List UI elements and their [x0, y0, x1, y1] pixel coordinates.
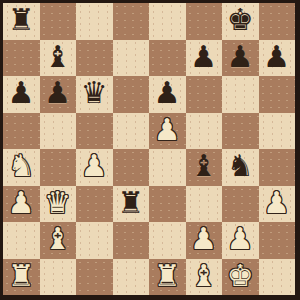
square-e2[interactable]	[149, 222, 186, 259]
square-g1[interactable]: ♚	[222, 259, 259, 296]
square-b1[interactable]	[40, 259, 77, 296]
square-g7[interactable]: ♟	[222, 40, 259, 77]
white-queen[interactable]: ♛	[44, 188, 71, 218]
white-pawn[interactable]: ♟	[190, 224, 217, 254]
square-e1[interactable]: ♜	[149, 259, 186, 296]
white-bishop[interactable]: ♝	[190, 261, 217, 291]
square-a1[interactable]: ♜	[3, 259, 40, 296]
black-pawn[interactable]: ♟	[263, 42, 290, 72]
square-b5[interactable]	[40, 113, 77, 150]
square-c3[interactable]	[76, 186, 113, 223]
square-e5[interactable]: ♟	[149, 113, 186, 150]
square-d7[interactable]	[113, 40, 150, 77]
black-queen[interactable]: ♛	[81, 78, 108, 108]
white-pawn[interactable]: ♟	[263, 188, 290, 218]
square-f6[interactable]	[186, 76, 223, 113]
square-f3[interactable]	[186, 186, 223, 223]
square-b7[interactable]: ♝	[40, 40, 77, 77]
square-d3[interactable]: ♜	[113, 186, 150, 223]
square-h8[interactable]	[259, 3, 296, 40]
square-a4[interactable]: ♞	[3, 149, 40, 186]
square-e7[interactable]	[149, 40, 186, 77]
white-pawn[interactable]: ♟	[8, 188, 35, 218]
black-pawn[interactable]: ♟	[227, 42, 254, 72]
square-b6[interactable]: ♟	[40, 76, 77, 113]
white-pawn[interactable]: ♟	[81, 151, 108, 181]
square-g3[interactable]	[222, 186, 259, 223]
square-b3[interactable]: ♛	[40, 186, 77, 223]
square-c2[interactable]	[76, 222, 113, 259]
white-rook[interactable]: ♜	[8, 261, 35, 291]
square-d8[interactable]	[113, 3, 150, 40]
black-pawn[interactable]: ♟	[154, 78, 181, 108]
square-a3[interactable]: ♟	[3, 186, 40, 223]
square-e3[interactable]	[149, 186, 186, 223]
black-pawn[interactable]: ♟	[190, 42, 217, 72]
square-d4[interactable]	[113, 149, 150, 186]
black-pawn[interactable]: ♟	[44, 78, 71, 108]
square-h7[interactable]: ♟	[259, 40, 296, 77]
square-h2[interactable]	[259, 222, 296, 259]
square-f2[interactable]: ♟	[186, 222, 223, 259]
square-d5[interactable]	[113, 113, 150, 150]
square-h6[interactable]	[259, 76, 296, 113]
square-b4[interactable]	[40, 149, 77, 186]
black-rook[interactable]: ♜	[8, 5, 35, 35]
black-bishop[interactable]: ♝	[44, 42, 71, 72]
board-frame: ♜♚♝♟♟♟♟♟♛♟♟♞♟♝♞♟♛♜♟♝♟♟♜♜♝♚	[0, 0, 300, 300]
square-g8[interactable]: ♚	[222, 3, 259, 40]
square-a5[interactable]	[3, 113, 40, 150]
square-d1[interactable]	[113, 259, 150, 296]
square-d6[interactable]	[113, 76, 150, 113]
square-h1[interactable]	[259, 259, 296, 296]
black-rook[interactable]: ♜	[117, 188, 144, 218]
square-b8[interactable]	[40, 3, 77, 40]
square-a6[interactable]: ♟	[3, 76, 40, 113]
square-e8[interactable]	[149, 3, 186, 40]
square-e6[interactable]: ♟	[149, 76, 186, 113]
square-a2[interactable]	[3, 222, 40, 259]
square-f8[interactable]	[186, 3, 223, 40]
square-g2[interactable]: ♟	[222, 222, 259, 259]
chess-board: ♜♚♝♟♟♟♟♟♛♟♟♞♟♝♞♟♛♜♟♝♟♟♜♜♝♚	[3, 3, 295, 295]
black-king[interactable]: ♚	[227, 5, 254, 35]
square-c5[interactable]	[76, 113, 113, 150]
square-b2[interactable]: ♝	[40, 222, 77, 259]
square-c8[interactable]	[76, 3, 113, 40]
square-e4[interactable]	[149, 149, 186, 186]
square-a8[interactable]: ♜	[3, 3, 40, 40]
square-c4[interactable]: ♟	[76, 149, 113, 186]
square-h4[interactable]	[259, 149, 296, 186]
white-rook[interactable]: ♜	[154, 261, 181, 291]
square-h5[interactable]	[259, 113, 296, 150]
square-h3[interactable]: ♟	[259, 186, 296, 223]
white-knight[interactable]: ♞	[8, 151, 35, 181]
white-king[interactable]: ♚	[227, 261, 254, 291]
square-c6[interactable]: ♛	[76, 76, 113, 113]
square-g4[interactable]: ♞	[222, 149, 259, 186]
square-g5[interactable]	[222, 113, 259, 150]
square-f4[interactable]: ♝	[186, 149, 223, 186]
square-f5[interactable]	[186, 113, 223, 150]
square-f7[interactable]: ♟	[186, 40, 223, 77]
white-pawn[interactable]: ♟	[154, 115, 181, 145]
black-knight[interactable]: ♞	[227, 151, 254, 181]
square-a7[interactable]	[3, 40, 40, 77]
black-pawn[interactable]: ♟	[8, 78, 35, 108]
square-c1[interactable]	[76, 259, 113, 296]
square-c7[interactable]	[76, 40, 113, 77]
black-bishop[interactable]: ♝	[190, 151, 217, 181]
square-g6[interactable]	[222, 76, 259, 113]
square-d2[interactable]	[113, 222, 150, 259]
square-f1[interactable]: ♝	[186, 259, 223, 296]
white-pawn[interactable]: ♟	[227, 224, 254, 254]
white-bishop[interactable]: ♝	[44, 224, 71, 254]
